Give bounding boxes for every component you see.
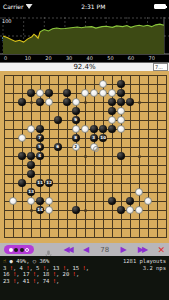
board-point-4-11[interactable] <box>36 170 45 179</box>
board-point-8-6[interactable] <box>72 125 81 134</box>
board-point-2-7[interactable] <box>18 134 27 143</box>
board-point-17-4[interactable] <box>153 107 162 116</box>
board-point-2-3[interactable] <box>18 98 27 107</box>
fast-forward-button[interactable]: ▶▶ <box>138 245 146 255</box>
board-point-8-12[interactable] <box>72 179 81 188</box>
board-point-15-16[interactable] <box>135 215 144 224</box>
board-point-11-0[interactable] <box>99 71 108 80</box>
board-point-15-9[interactable] <box>135 152 144 161</box>
board-point-5-13[interactable] <box>45 188 54 197</box>
board-point-1-0[interactable] <box>9 71 18 80</box>
board-point-4-8[interactable]: 5 <box>36 143 45 152</box>
board-point-17-13[interactable] <box>153 188 162 197</box>
board-point-11-5[interactable] <box>99 116 108 125</box>
board-point-5-0[interactable] <box>45 71 54 80</box>
board-point-8-16[interactable] <box>72 215 81 224</box>
board-point-15-1[interactable] <box>135 80 144 89</box>
board-point-18-2[interactable] <box>162 89 169 98</box>
board-point-10-11[interactable] <box>90 170 99 179</box>
board-point-16-17[interactable] <box>144 224 153 233</box>
board-point-6-12[interactable] <box>54 179 63 188</box>
board-point-15-10[interactable] <box>135 161 144 170</box>
board-point-18-9[interactable] <box>162 152 169 161</box>
board-point-16-15[interactable] <box>144 206 153 215</box>
board-point-12-1[interactable] <box>108 80 117 89</box>
board-point-1-2[interactable] <box>9 89 18 98</box>
board-point-14-16[interactable] <box>126 215 135 224</box>
board-point-16-10[interactable] <box>144 161 153 170</box>
board-point-11-7[interactable]: 10 <box>99 134 108 143</box>
prev-move-button[interactable]: ◀ <box>83 245 89 255</box>
board-point-9-4[interactable] <box>81 107 90 116</box>
board-point-9-10[interactable] <box>81 161 90 170</box>
board-point-17-11[interactable] <box>153 170 162 179</box>
board-point-13-15[interactable] <box>117 206 126 215</box>
board-point-1-13[interactable] <box>9 188 18 197</box>
board-point-12-0[interactable] <box>108 71 117 80</box>
board-point-18-18[interactable] <box>162 233 169 242</box>
board-point-9-9[interactable] <box>81 152 90 161</box>
board-point-5-12[interactable]: 12 <box>45 179 54 188</box>
board-point-11-6[interactable] <box>99 125 108 134</box>
board-point-8-10[interactable] <box>72 161 81 170</box>
board-point-8-11[interactable] <box>72 170 81 179</box>
board-point-18-11[interactable] <box>162 170 169 179</box>
board-point-8-2[interactable] <box>72 89 81 98</box>
board-point-6-7[interactable] <box>54 134 63 143</box>
board-point-17-1[interactable] <box>153 80 162 89</box>
board-point-15-13[interactable] <box>135 188 144 197</box>
board-point-12-4[interactable] <box>108 107 117 116</box>
board-point-8-0[interactable] <box>72 71 81 80</box>
board-point-10-13[interactable] <box>90 188 99 197</box>
board-point-10-6[interactable] <box>90 125 99 134</box>
board-point-13-13[interactable] <box>117 188 126 197</box>
board-point-8-4[interactable] <box>72 107 81 116</box>
mode-pill-button[interactable] <box>4 245 34 254</box>
board-point-17-0[interactable] <box>153 71 162 80</box>
board-point-15-8[interactable] <box>135 143 144 152</box>
board-point-15-11[interactable] <box>135 170 144 179</box>
board-point-12-5[interactable] <box>108 116 117 125</box>
board-point-14-10[interactable] <box>126 161 135 170</box>
board-point-2-17[interactable] <box>18 224 27 233</box>
board-point-7-12[interactable] <box>63 179 72 188</box>
board-point-0-0[interactable] <box>0 71 9 80</box>
board-point-5-3[interactable] <box>45 98 54 107</box>
board-point-7-5[interactable] <box>63 116 72 125</box>
board-point-4-5[interactable] <box>36 116 45 125</box>
board-point-2-0[interactable] <box>18 71 27 80</box>
board-point-5-5[interactable] <box>45 116 54 125</box>
board-point-5-7[interactable] <box>45 134 54 143</box>
board-point-8-14[interactable] <box>72 197 81 206</box>
board-point-12-9[interactable] <box>108 152 117 161</box>
board-point-16-4[interactable] <box>144 107 153 116</box>
board-point-14-18[interactable] <box>126 233 135 242</box>
board-point-12-11[interactable] <box>108 170 117 179</box>
board-point-3-16[interactable] <box>27 215 36 224</box>
board-point-3-17[interactable] <box>27 224 36 233</box>
board-point-0-15[interactable] <box>0 206 9 215</box>
board-point-0-10[interactable] <box>0 161 9 170</box>
board-point-8-9[interactable] <box>72 152 81 161</box>
board-point-14-1[interactable] <box>126 80 135 89</box>
board-point-4-9[interactable]: 4 <box>36 152 45 161</box>
board-point-17-2[interactable] <box>153 89 162 98</box>
board-point-0-2[interactable] <box>0 89 9 98</box>
go-board[interactable]: 978310562411121314 <box>0 71 169 243</box>
board-point-6-9[interactable] <box>54 152 63 161</box>
board-point-12-13[interactable] <box>108 188 117 197</box>
microphone-icon[interactable] <box>45 245 52 255</box>
board-point-2-1[interactable] <box>18 80 27 89</box>
board-point-4-3[interactable] <box>36 98 45 107</box>
board-point-3-6[interactable] <box>27 125 36 134</box>
board-point-10-17[interactable] <box>90 224 99 233</box>
board-point-15-5[interactable] <box>135 116 144 125</box>
board-point-7-0[interactable] <box>63 71 72 80</box>
board-point-2-10[interactable] <box>18 161 27 170</box>
board-point-3-1[interactable] <box>27 80 36 89</box>
board-point-8-1[interactable] <box>72 80 81 89</box>
board-point-0-9[interactable] <box>0 152 9 161</box>
board-point-11-10[interactable] <box>99 161 108 170</box>
board-point-14-11[interactable] <box>126 170 135 179</box>
board-point-18-4[interactable] <box>162 107 169 116</box>
board-point-8-18[interactable] <box>72 233 81 242</box>
board-point-11-9[interactable] <box>99 152 108 161</box>
board-point-2-9[interactable] <box>18 152 27 161</box>
board-point-7-2[interactable] <box>63 89 72 98</box>
board-point-5-10[interactable] <box>45 161 54 170</box>
board-point-8-8[interactable]: 2 <box>72 143 81 152</box>
board-point-6-13[interactable] <box>54 188 63 197</box>
board-point-0-17[interactable] <box>0 224 9 233</box>
board-point-17-14[interactable] <box>153 197 162 206</box>
board-point-0-5[interactable] <box>0 116 9 125</box>
board-point-0-12[interactable] <box>0 179 9 188</box>
board-point-14-0[interactable] <box>126 71 135 80</box>
board-point-4-4[interactable] <box>36 107 45 116</box>
board-point-1-8[interactable] <box>9 143 18 152</box>
board-point-0-6[interactable] <box>0 125 9 134</box>
board-point-7-18[interactable] <box>63 233 72 242</box>
board-point-5-8[interactable] <box>45 143 54 152</box>
board-point-1-9[interactable] <box>9 152 18 161</box>
board-point-16-11[interactable] <box>144 170 153 179</box>
board-point-5-4[interactable] <box>45 107 54 116</box>
board-point-14-9[interactable] <box>126 152 135 161</box>
board-point-2-5[interactable] <box>18 116 27 125</box>
board-point-5-16[interactable] <box>45 215 54 224</box>
board-point-13-3[interactable] <box>117 98 126 107</box>
board-point-12-15[interactable] <box>108 206 117 215</box>
board-point-18-15[interactable] <box>162 206 169 215</box>
board-point-18-7[interactable] <box>162 134 169 143</box>
board-point-11-11[interactable] <box>99 170 108 179</box>
board-point-2-13[interactable] <box>18 188 27 197</box>
board-point-13-4[interactable] <box>117 107 126 116</box>
board-point-11-14[interactable] <box>99 197 108 206</box>
board-point-13-14[interactable] <box>117 197 126 206</box>
board-point-0-18[interactable] <box>0 233 9 242</box>
board-point-4-0[interactable] <box>36 71 45 80</box>
board-point-7-15[interactable] <box>63 206 72 215</box>
board-point-7-6[interactable] <box>63 125 72 134</box>
board-point-10-4[interactable] <box>90 107 99 116</box>
board-point-9-2[interactable] <box>81 89 90 98</box>
board-point-10-12[interactable] <box>90 179 99 188</box>
board-point-12-12[interactable] <box>108 179 117 188</box>
board-point-13-5[interactable] <box>117 116 126 125</box>
board-point-10-18[interactable] <box>90 233 99 242</box>
board-point-9-5[interactable] <box>81 116 90 125</box>
board-point-10-3[interactable] <box>90 98 99 107</box>
board-point-5-11[interactable] <box>45 170 54 179</box>
board-point-6-2[interactable] <box>54 89 63 98</box>
board-point-10-8[interactable] <box>90 143 99 152</box>
board-point-17-3[interactable] <box>153 98 162 107</box>
board-point-14-14[interactable] <box>126 197 135 206</box>
board-point-7-16[interactable] <box>63 215 72 224</box>
board-point-14-5[interactable] <box>126 116 135 125</box>
board-point-17-6[interactable] <box>153 125 162 134</box>
board-point-10-9[interactable] <box>90 152 99 161</box>
winrate-graph[interactable]: 01020304050607010050 <box>0 13 169 62</box>
board-point-0-8[interactable] <box>0 143 9 152</box>
board-point-13-11[interactable] <box>117 170 126 179</box>
board-point-11-15[interactable] <box>99 206 108 215</box>
board-point-9-14[interactable] <box>81 197 90 206</box>
board-point-16-8[interactable] <box>144 143 153 152</box>
board-point-13-16[interactable] <box>117 215 126 224</box>
board-point-2-11[interactable] <box>18 170 27 179</box>
board-point-3-13[interactable]: 13 <box>27 188 36 197</box>
board-point-4-17[interactable] <box>36 224 45 233</box>
board-point-1-7[interactable] <box>9 134 18 143</box>
board-point-6-5[interactable] <box>54 116 63 125</box>
board-point-12-16[interactable] <box>108 215 117 224</box>
board-point-16-12[interactable] <box>144 179 153 188</box>
board-point-14-17[interactable] <box>126 224 135 233</box>
board-point-12-10[interactable] <box>108 161 117 170</box>
board-point-17-10[interactable] <box>153 161 162 170</box>
board-point-4-15[interactable]: 14 <box>36 206 45 215</box>
board-point-6-3[interactable] <box>54 98 63 107</box>
board-point-2-15[interactable] <box>18 206 27 215</box>
board-point-0-13[interactable] <box>0 188 9 197</box>
board-point-5-14[interactable] <box>45 197 54 206</box>
board-point-13-17[interactable] <box>117 224 126 233</box>
board-point-7-9[interactable] <box>63 152 72 161</box>
komi-box[interactable]: 7... <box>153 63 168 71</box>
board-point-1-16[interactable] <box>9 215 18 224</box>
board-point-10-16[interactable] <box>90 215 99 224</box>
board-point-15-14[interactable] <box>135 197 144 206</box>
board-point-3-0[interactable] <box>27 71 36 80</box>
board-point-12-14[interactable] <box>108 197 117 206</box>
board-point-9-11[interactable] <box>81 170 90 179</box>
board-point-8-15[interactable] <box>72 206 81 215</box>
board-point-4-10[interactable] <box>36 161 45 170</box>
board-point-15-3[interactable] <box>135 98 144 107</box>
board-point-10-15[interactable] <box>90 206 99 215</box>
board-point-18-8[interactable] <box>162 143 169 152</box>
board-point-17-9[interactable] <box>153 152 162 161</box>
board-point-15-17[interactable] <box>135 224 144 233</box>
board-point-14-3[interactable] <box>126 98 135 107</box>
board-point-17-12[interactable] <box>153 179 162 188</box>
board-point-6-14[interactable] <box>54 197 63 206</box>
board-point-11-16[interactable] <box>99 215 108 224</box>
board-point-15-0[interactable] <box>135 71 144 80</box>
board-point-14-12[interactable] <box>126 179 135 188</box>
board-point-13-12[interactable] <box>117 179 126 188</box>
board-point-18-12[interactable] <box>162 179 169 188</box>
board-point-13-10[interactable] <box>117 161 126 170</box>
board-point-3-2[interactable] <box>27 89 36 98</box>
board-point-9-0[interactable] <box>81 71 90 80</box>
board-point-1-15[interactable] <box>9 206 18 215</box>
board-point-0-4[interactable] <box>0 107 9 116</box>
board-point-10-1[interactable] <box>90 80 99 89</box>
board-grid[interactable]: 978310562411121314 <box>0 71 169 242</box>
board-point-14-8[interactable] <box>126 143 135 152</box>
board-point-8-3[interactable] <box>72 98 81 107</box>
board-point-15-15[interactable] <box>135 206 144 215</box>
board-point-17-7[interactable] <box>153 134 162 143</box>
board-point-18-14[interactable] <box>162 197 169 206</box>
board-point-5-1[interactable] <box>45 80 54 89</box>
board-point-6-4[interactable] <box>54 107 63 116</box>
board-point-18-17[interactable] <box>162 224 169 233</box>
board-point-17-17[interactable] <box>153 224 162 233</box>
board-point-18-13[interactable] <box>162 188 169 197</box>
board-point-4-16[interactable] <box>36 215 45 224</box>
board-point-14-6[interactable] <box>126 125 135 134</box>
board-point-12-17[interactable] <box>108 224 117 233</box>
board-point-9-13[interactable] <box>81 188 90 197</box>
board-point-8-7[interactable]: 8 <box>72 134 81 143</box>
board-point-4-13[interactable] <box>36 188 45 197</box>
board-point-3-15[interactable] <box>27 206 36 215</box>
board-point-5-18[interactable] <box>45 233 54 242</box>
board-point-16-0[interactable] <box>144 71 153 80</box>
board-point-7-7[interactable] <box>63 134 72 143</box>
board-point-0-1[interactable] <box>0 80 9 89</box>
board-point-18-16[interactable] <box>162 215 169 224</box>
board-point-3-12[interactable] <box>27 179 36 188</box>
board-point-13-9[interactable] <box>117 152 126 161</box>
board-point-17-16[interactable] <box>153 215 162 224</box>
board-point-17-8[interactable] <box>153 143 162 152</box>
board-point-12-3[interactable] <box>108 98 117 107</box>
board-point-10-14[interactable] <box>90 197 99 206</box>
board-point-2-16[interactable] <box>18 215 27 224</box>
board-point-2-4[interactable] <box>18 107 27 116</box>
board-point-11-8[interactable] <box>99 143 108 152</box>
board-point-3-3[interactable] <box>27 98 36 107</box>
board-point-0-11[interactable] <box>0 170 9 179</box>
board-point-14-7[interactable] <box>126 134 135 143</box>
board-point-2-2[interactable] <box>18 89 27 98</box>
board-point-9-6[interactable] <box>81 125 90 134</box>
board-point-11-2[interactable] <box>99 89 108 98</box>
board-point-4-7[interactable]: 7 <box>36 134 45 143</box>
board-point-15-2[interactable] <box>135 89 144 98</box>
board-point-2-12[interactable] <box>18 179 27 188</box>
board-point-3-7[interactable] <box>27 134 36 143</box>
board-point-16-1[interactable] <box>144 80 153 89</box>
board-point-7-11[interactable] <box>63 170 72 179</box>
board-point-0-3[interactable] <box>0 98 9 107</box>
board-point-6-8[interactable]: 6 <box>54 143 63 152</box>
board-point-12-6[interactable] <box>108 125 117 134</box>
board-point-3-9[interactable] <box>27 152 36 161</box>
board-point-11-4[interactable] <box>99 107 108 116</box>
board-point-7-14[interactable] <box>63 197 72 206</box>
board-point-17-15[interactable] <box>153 206 162 215</box>
board-point-14-2[interactable] <box>126 89 135 98</box>
board-point-1-18[interactable] <box>9 233 18 242</box>
board-point-6-0[interactable] <box>54 71 63 80</box>
close-button[interactable]: ✕ <box>157 245 165 255</box>
board-point-1-6[interactable] <box>9 125 18 134</box>
board-point-5-15[interactable] <box>45 206 54 215</box>
board-point-15-4[interactable] <box>135 107 144 116</box>
board-point-1-3[interactable] <box>9 98 18 107</box>
board-point-12-2[interactable] <box>108 89 117 98</box>
board-point-18-1[interactable] <box>162 80 169 89</box>
rewind-button[interactable]: ◀◀ <box>63 245 71 255</box>
board-point-16-14[interactable] <box>144 197 153 206</box>
board-point-17-18[interactable] <box>153 233 162 242</box>
board-point-9-8[interactable] <box>81 143 90 152</box>
board-point-16-2[interactable] <box>144 89 153 98</box>
board-point-3-8[interactable] <box>27 143 36 152</box>
board-point-13-7[interactable] <box>117 134 126 143</box>
board-point-3-11[interactable] <box>27 170 36 179</box>
board-point-4-6[interactable] <box>36 125 45 134</box>
board-point-7-4[interactable] <box>63 107 72 116</box>
board-point-6-18[interactable] <box>54 233 63 242</box>
board-point-12-7[interactable] <box>108 134 117 143</box>
board-point-14-15[interactable] <box>126 206 135 215</box>
board-point-7-10[interactable] <box>63 161 72 170</box>
board-point-14-4[interactable] <box>126 107 135 116</box>
board-point-3-5[interactable] <box>27 116 36 125</box>
board-point-3-14[interactable] <box>27 197 36 206</box>
board-point-13-2[interactable] <box>117 89 126 98</box>
board-point-4-18[interactable] <box>36 233 45 242</box>
board-point-11-1[interactable] <box>99 80 108 89</box>
board-point-16-16[interactable] <box>144 215 153 224</box>
board-point-18-6[interactable] <box>162 125 169 134</box>
board-point-18-0[interactable] <box>162 71 169 80</box>
board-point-2-6[interactable] <box>18 125 27 134</box>
board-point-4-14[interactable] <box>36 197 45 206</box>
board-point-6-16[interactable] <box>54 215 63 224</box>
board-point-1-5[interactable] <box>9 116 18 125</box>
board-point-6-1[interactable] <box>54 80 63 89</box>
board-point-16-13[interactable] <box>144 188 153 197</box>
board-point-3-4[interactable] <box>27 107 36 116</box>
board-point-9-12[interactable] <box>81 179 90 188</box>
board-point-7-17[interactable] <box>63 224 72 233</box>
board-point-13-6[interactable] <box>117 125 126 134</box>
board-point-15-6[interactable] <box>135 125 144 134</box>
